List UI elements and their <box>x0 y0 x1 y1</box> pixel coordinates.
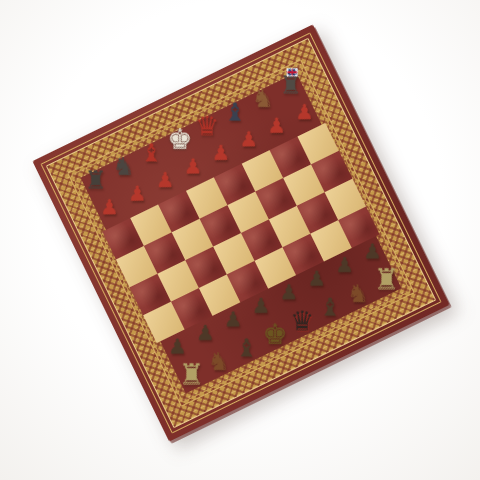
zulu-knight-glyph: ♞ <box>347 281 369 306</box>
british-pawn-glyph: ♟ <box>212 143 231 164</box>
zulu-pawn-glyph: ♟ <box>335 255 354 276</box>
photo-backdrop: ♜♞♝♚♛♝♞♜♟♟♟♟♟♟♟♟♟♟♟♟♟♟♟♟♜♞♝♚♛♝♞♜ <box>0 0 480 480</box>
zulu-pawn-glyph: ♟ <box>168 337 187 358</box>
zulu-pawn-glyph: ♟ <box>252 296 271 317</box>
british-bishop-glyph: ♝ <box>140 140 162 165</box>
british-pawn-glyph: ♟ <box>100 197 119 218</box>
british-pawn-glyph: ♟ <box>295 102 314 123</box>
zulu-pawn-glyph: ♟ <box>224 310 243 331</box>
zulu-rook-glyph: ♜ <box>373 265 399 294</box>
british-bishop-glyph: ♝ <box>224 100 246 125</box>
british-pawn-glyph: ♟ <box>184 157 203 178</box>
zulu-pawn-glyph: ♟ <box>307 269 326 290</box>
british-pawn-glyph: ♟ <box>267 116 286 137</box>
zulu-knight-glyph: ♞ <box>208 349 230 374</box>
chess-board: ♜♞♝♚♛♝♞♜♟♟♟♟♟♟♟♟♟♟♟♟♟♟♟♟♜♞♝♚♛♝♞♜ <box>32 24 449 441</box>
zulu-bishop-glyph: ♝ <box>319 295 341 320</box>
british-pawn-glyph: ♟ <box>156 170 175 191</box>
zulu-pawn-glyph: ♟ <box>363 242 382 263</box>
zulu-rook-glyph: ♜ <box>178 361 204 390</box>
british-knight-glyph: ♞ <box>252 86 274 111</box>
zulu-pawn-glyph: ♟ <box>279 282 298 303</box>
british-pawn-glyph: ♟ <box>239 129 258 150</box>
board-grid: ♜♞♝♚♛♝♞♜♟♟♟♟♟♟♟♟♟♟♟♟♟♟♟♟♜♞♝♚♛♝♞♜ <box>75 67 407 399</box>
zulu-queen-glyph: ♛ <box>290 307 314 334</box>
british-rook-glyph: ♜ <box>85 168 107 193</box>
zulu-bishop-glyph: ♝ <box>236 335 258 360</box>
british-rook-glyph: ♜ <box>280 72 302 97</box>
zulu-pawn-glyph: ♟ <box>196 323 215 344</box>
british-queen-glyph: ♛ <box>195 112 219 139</box>
british-knight-glyph: ♞ <box>113 154 135 179</box>
zulu-king-glyph: ♚ <box>262 320 287 348</box>
british-pawn-glyph: ♟ <box>128 184 147 205</box>
british-king-glyph: ♚ <box>167 125 192 153</box>
